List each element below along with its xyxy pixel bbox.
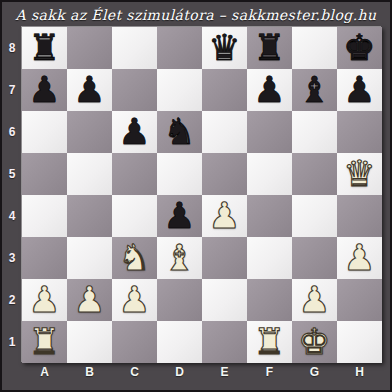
white-pawn-piece: ♟ xyxy=(208,195,240,237)
square-f5[interactable] xyxy=(247,153,292,195)
file-label-f: F xyxy=(247,363,292,382)
square-d3[interactable]: ♝ xyxy=(157,237,202,279)
square-d8[interactable] xyxy=(157,27,202,69)
file-label-a: A xyxy=(22,363,67,382)
square-e8[interactable]: ♛ xyxy=(202,27,247,69)
square-h5[interactable]: ♛ xyxy=(337,153,382,195)
square-e4[interactable]: ♟ xyxy=(202,195,247,237)
rank-label-8: 8 xyxy=(2,27,22,69)
rank-label-7: 7 xyxy=(2,69,22,111)
rank-label-5: 5 xyxy=(2,153,22,195)
file-label-c: C xyxy=(112,363,157,382)
square-b7[interactable]: ♟ xyxy=(67,69,112,111)
rank-label-6: 6 xyxy=(2,111,22,153)
square-f3[interactable] xyxy=(247,237,292,279)
square-c2[interactable]: ♟ xyxy=(112,279,157,321)
square-c1[interactable] xyxy=(112,321,157,363)
square-g7[interactable]: ♝ xyxy=(292,69,337,111)
square-h8[interactable]: ♚ xyxy=(337,27,382,69)
rank-label-3: 3 xyxy=(2,237,22,279)
board-area: 87654321 ♜♛♜♚♟♟♟♝♟♟♞♛♟♟♞♝♟♟♟♟♟♜♜♚ ABCDEF… xyxy=(2,27,390,382)
square-g6[interactable] xyxy=(292,111,337,153)
square-f4[interactable] xyxy=(247,195,292,237)
square-a6[interactable] xyxy=(22,111,67,153)
square-a8[interactable]: ♜ xyxy=(22,27,67,69)
white-pawn-piece: ♟ xyxy=(73,279,105,321)
white-pawn-piece: ♟ xyxy=(343,237,375,279)
square-h3[interactable]: ♟ xyxy=(337,237,382,279)
black-pawn-piece: ♟ xyxy=(28,69,60,111)
square-b3[interactable] xyxy=(67,237,112,279)
black-pawn-piece: ♟ xyxy=(343,69,375,111)
square-d6[interactable]: ♞ xyxy=(157,111,202,153)
square-g2[interactable]: ♟ xyxy=(292,279,337,321)
square-d5[interactable] xyxy=(157,153,202,195)
rank-labels: 87654321 xyxy=(2,27,22,363)
square-a1[interactable]: ♜ xyxy=(22,321,67,363)
square-f6[interactable] xyxy=(247,111,292,153)
rank-label-1: 1 xyxy=(2,321,22,363)
square-c6[interactable]: ♟ xyxy=(112,111,157,153)
square-h1[interactable] xyxy=(337,321,382,363)
square-b1[interactable] xyxy=(67,321,112,363)
square-h7[interactable]: ♟ xyxy=(337,69,382,111)
black-rook-piece: ♜ xyxy=(28,27,60,69)
chess-diagram: A sakk az Élet szimulátora – sakkmester.… xyxy=(0,0,392,392)
square-d1[interactable] xyxy=(157,321,202,363)
rank-label-2: 2 xyxy=(2,279,22,321)
white-rook-piece: ♜ xyxy=(253,321,285,363)
square-b2[interactable]: ♟ xyxy=(67,279,112,321)
square-g5[interactable] xyxy=(292,153,337,195)
file-labels: ABCDEFGH xyxy=(22,363,382,382)
white-queen-piece: ♛ xyxy=(343,153,375,195)
file-label-d: D xyxy=(157,363,202,382)
square-h4[interactable] xyxy=(337,195,382,237)
square-c8[interactable] xyxy=(112,27,157,69)
rank-label-4: 4 xyxy=(2,195,22,237)
square-f8[interactable]: ♜ xyxy=(247,27,292,69)
black-king-piece: ♚ xyxy=(343,27,375,69)
square-g1[interactable]: ♚ xyxy=(292,321,337,363)
black-bishop-piece: ♝ xyxy=(298,69,330,111)
white-pawn-piece: ♟ xyxy=(28,279,60,321)
square-a5[interactable] xyxy=(22,153,67,195)
square-d4[interactable]: ♟ xyxy=(157,195,202,237)
square-e2[interactable] xyxy=(202,279,247,321)
white-king-piece: ♚ xyxy=(298,321,330,363)
black-pawn-piece: ♟ xyxy=(73,69,105,111)
square-b8[interactable] xyxy=(67,27,112,69)
square-a7[interactable]: ♟ xyxy=(22,69,67,111)
white-rook-piece: ♜ xyxy=(28,321,60,363)
black-queen-piece: ♛ xyxy=(208,27,240,69)
square-e3[interactable] xyxy=(202,237,247,279)
square-f2[interactable] xyxy=(247,279,292,321)
file-label-g: G xyxy=(292,363,337,382)
square-b6[interactable] xyxy=(67,111,112,153)
square-g8[interactable] xyxy=(292,27,337,69)
square-h2[interactable] xyxy=(337,279,382,321)
square-e6[interactable] xyxy=(202,111,247,153)
square-b5[interactable] xyxy=(67,153,112,195)
square-c4[interactable] xyxy=(112,195,157,237)
black-pawn-piece: ♟ xyxy=(118,111,150,153)
square-g4[interactable] xyxy=(292,195,337,237)
black-pawn-piece: ♟ xyxy=(253,69,285,111)
square-b4[interactable] xyxy=(67,195,112,237)
square-a3[interactable] xyxy=(22,237,67,279)
square-a4[interactable] xyxy=(22,195,67,237)
file-label-h: H xyxy=(337,363,382,382)
white-pawn-piece: ♟ xyxy=(118,279,150,321)
page-title: A sakk az Élet szimulátora – sakkmester.… xyxy=(2,2,390,27)
square-e7[interactable] xyxy=(202,69,247,111)
file-label-b: B xyxy=(67,363,112,382)
square-h6[interactable] xyxy=(337,111,382,153)
square-d7[interactable] xyxy=(157,69,202,111)
white-knight-piece: ♞ xyxy=(118,237,150,279)
file-label-e: E xyxy=(202,363,247,382)
black-pawn-piece: ♟ xyxy=(163,195,195,237)
white-pawn-piece: ♟ xyxy=(298,279,330,321)
square-d2[interactable] xyxy=(157,279,202,321)
square-c3[interactable]: ♞ xyxy=(112,237,157,279)
square-f7[interactable]: ♟ xyxy=(247,69,292,111)
square-c5[interactable] xyxy=(112,153,157,195)
square-f1[interactable]: ♜ xyxy=(247,321,292,363)
square-a2[interactable]: ♟ xyxy=(22,279,67,321)
black-rook-piece: ♜ xyxy=(253,27,285,69)
square-e5[interactable] xyxy=(202,153,247,195)
square-e1[interactable] xyxy=(202,321,247,363)
white-bishop-piece: ♝ xyxy=(163,237,195,279)
black-knight-piece: ♞ xyxy=(163,111,195,153)
chess-board: ♜♛♜♚♟♟♟♝♟♟♞♛♟♟♞♝♟♟♟♟♟♜♜♚ xyxy=(22,27,382,363)
square-c7[interactable] xyxy=(112,69,157,111)
square-g3[interactable] xyxy=(292,237,337,279)
